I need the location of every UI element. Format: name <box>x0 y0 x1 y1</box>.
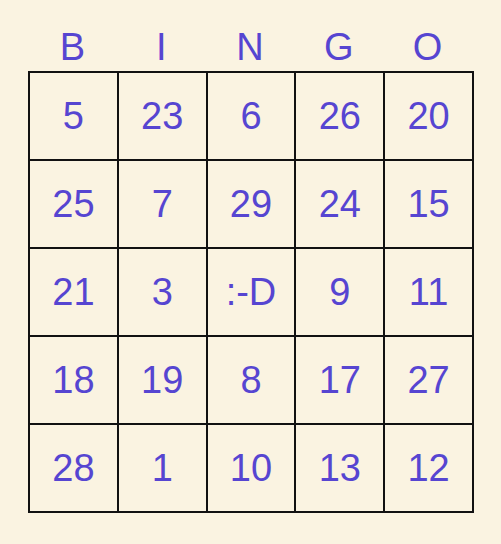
bingo-header: B I N G O <box>28 24 472 66</box>
bingo-cell-r3c4[interactable]: 9 <box>295 248 384 336</box>
bingo-cell-r5c3[interactable]: 10 <box>207 424 296 512</box>
bingo-cell-r5c2[interactable]: 1 <box>118 424 207 512</box>
bingo-cell-r2c3[interactable]: 29 <box>207 160 296 248</box>
bingo-cell-r3c2[interactable]: 3 <box>118 248 207 336</box>
bingo-cell-r2c1[interactable]: 25 <box>29 160 118 248</box>
bingo-cell-r4c3[interactable]: 8 <box>207 336 296 424</box>
bingo-cell-r1c3[interactable]: 6 <box>207 72 296 160</box>
bingo-cell-r5c1[interactable]: 28 <box>29 424 118 512</box>
header-letter-n: N <box>206 24 295 66</box>
bingo-cell-r3c1[interactable]: 21 <box>29 248 118 336</box>
bingo-cell-r3c5[interactable]: 11 <box>384 248 473 336</box>
bingo-card: B I N G O 52362620257292415213:-D9111819… <box>0 0 501 544</box>
bingo-cell-r1c4[interactable]: 26 <box>295 72 384 160</box>
bingo-cell-r4c1[interactable]: 18 <box>29 336 118 424</box>
bingo-cell-r1c5[interactable]: 20 <box>384 72 473 160</box>
bingo-cell-r2c2[interactable]: 7 <box>118 160 207 248</box>
header-letter-g: G <box>294 24 383 66</box>
bingo-cell-r2c4[interactable]: 24 <box>295 160 384 248</box>
bingo-cell-r4c5[interactable]: 27 <box>384 336 473 424</box>
free-space-cell[interactable]: :-D <box>207 248 296 336</box>
bingo-grid: 52362620257292415213:-D91118198172728110… <box>28 71 474 513</box>
header-letter-i: I <box>117 24 206 66</box>
bingo-cell-r1c1[interactable]: 5 <box>29 72 118 160</box>
bingo-cell-r1c2[interactable]: 23 <box>118 72 207 160</box>
bingo-cell-r4c4[interactable]: 17 <box>295 336 384 424</box>
bingo-cell-r4c2[interactable]: 19 <box>118 336 207 424</box>
bingo-cell-r5c5[interactable]: 12 <box>384 424 473 512</box>
header-letter-b: B <box>28 24 117 66</box>
header-letter-o: O <box>383 24 472 66</box>
bingo-cell-r2c5[interactable]: 15 <box>384 160 473 248</box>
bingo-cell-r5c4[interactable]: 13 <box>295 424 384 512</box>
